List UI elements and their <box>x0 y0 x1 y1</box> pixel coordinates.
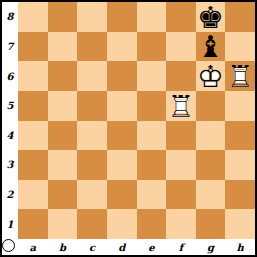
square-f4[interactable] <box>166 121 196 151</box>
square-d6[interactable] <box>107 61 137 91</box>
white-rook-f5: ♜♖ <box>166 91 196 121</box>
square-c1[interactable] <box>77 209 107 239</box>
square-h4[interactable] <box>225 121 255 151</box>
square-f8[interactable] <box>166 2 196 32</box>
rank-labels: 87654321 <box>2 2 18 239</box>
square-g3[interactable] <box>196 150 226 180</box>
rank-label-1: 1 <box>2 209 18 239</box>
file-label-a: a <box>18 239 48 255</box>
square-a3[interactable] <box>18 150 48 180</box>
white-rook-icon: ♖ <box>227 62 254 92</box>
square-e4[interactable] <box>137 121 167 151</box>
rank-label-8: 8 <box>2 2 18 32</box>
rank-label-3: 3 <box>2 150 18 180</box>
square-b4[interactable] <box>48 121 78 151</box>
square-g8[interactable]: ♚ <box>196 2 226 32</box>
square-e8[interactable] <box>137 2 167 32</box>
chess-board: ♚♝♚♔♜♖♜♖ <box>18 2 255 239</box>
square-c6[interactable] <box>77 61 107 91</box>
file-label-e: e <box>137 239 167 255</box>
black-king-icon: ♚ <box>197 3 224 33</box>
square-a5[interactable] <box>18 91 48 121</box>
square-d5[interactable] <box>107 91 137 121</box>
square-g1[interactable] <box>196 209 226 239</box>
square-c5[interactable] <box>77 91 107 121</box>
square-c2[interactable] <box>77 180 107 210</box>
file-labels: abcdefgh <box>18 239 255 255</box>
black-bishop-g7: ♝ <box>196 32 226 62</box>
square-h1[interactable] <box>225 209 255 239</box>
square-a2[interactable] <box>18 180 48 210</box>
square-f1[interactable] <box>166 209 196 239</box>
square-f7[interactable] <box>166 32 196 62</box>
square-c8[interactable] <box>77 2 107 32</box>
square-e5[interactable] <box>137 91 167 121</box>
rank-label-5: 5 <box>2 91 18 121</box>
square-g5[interactable] <box>196 91 226 121</box>
square-g6[interactable]: ♚♔ <box>196 61 226 91</box>
black-bishop-icon: ♝ <box>197 32 224 62</box>
file-label-c: c <box>77 239 107 255</box>
square-b6[interactable] <box>48 61 78 91</box>
square-d3[interactable] <box>107 150 137 180</box>
square-f6[interactable] <box>166 61 196 91</box>
square-h5[interactable] <box>225 91 255 121</box>
square-e1[interactable] <box>137 209 167 239</box>
square-c4[interactable] <box>77 121 107 151</box>
square-f5[interactable]: ♜♖ <box>166 91 196 121</box>
square-e2[interactable] <box>137 180 167 210</box>
square-e3[interactable] <box>137 150 167 180</box>
white-king-g6: ♚♔ <box>196 61 226 91</box>
square-h8[interactable] <box>225 2 255 32</box>
square-d8[interactable] <box>107 2 137 32</box>
square-h7[interactable] <box>225 32 255 62</box>
square-c3[interactable] <box>77 150 107 180</box>
file-label-h: h <box>225 239 255 255</box>
square-b1[interactable] <box>48 209 78 239</box>
square-e6[interactable] <box>137 61 167 91</box>
rank-label-4: 4 <box>2 121 18 151</box>
square-a8[interactable] <box>18 2 48 32</box>
square-h2[interactable] <box>225 180 255 210</box>
white-rook-h6: ♜♖ <box>225 61 255 91</box>
white-to-move-indicator <box>2 239 15 252</box>
file-label-g: g <box>196 239 226 255</box>
square-h6[interactable]: ♜♖ <box>225 61 255 91</box>
square-b3[interactable] <box>48 150 78 180</box>
square-e7[interactable] <box>137 32 167 62</box>
file-label-f: f <box>166 239 196 255</box>
square-a4[interactable] <box>18 121 48 151</box>
square-d7[interactable] <box>107 32 137 62</box>
square-b7[interactable] <box>48 32 78 62</box>
file-label-d: d <box>107 239 137 255</box>
square-f2[interactable] <box>166 180 196 210</box>
square-g4[interactable] <box>196 121 226 151</box>
rank-label-6: 6 <box>2 61 18 91</box>
square-d1[interactable] <box>107 209 137 239</box>
square-b5[interactable] <box>48 91 78 121</box>
square-d4[interactable] <box>107 121 137 151</box>
square-g7[interactable]: ♝ <box>196 32 226 62</box>
square-a7[interactable] <box>18 32 48 62</box>
square-a6[interactable] <box>18 61 48 91</box>
chess-diagram: 87654321 ♚♝♚♔♜♖♜♖ abcdefgh <box>0 0 257 257</box>
square-b8[interactable] <box>48 2 78 32</box>
square-g2[interactable] <box>196 180 226 210</box>
white-king-icon: ♔ <box>197 62 224 92</box>
white-rook-icon: ♖ <box>167 92 194 122</box>
square-c7[interactable] <box>77 32 107 62</box>
square-a1[interactable] <box>18 209 48 239</box>
black-king-g8: ♚ <box>196 2 226 32</box>
file-label-b: b <box>48 239 78 255</box>
square-h3[interactable] <box>225 150 255 180</box>
square-d2[interactable] <box>107 180 137 210</box>
rank-label-2: 2 <box>2 180 18 210</box>
square-b2[interactable] <box>48 180 78 210</box>
square-f3[interactable] <box>166 150 196 180</box>
rank-label-7: 7 <box>2 32 18 62</box>
